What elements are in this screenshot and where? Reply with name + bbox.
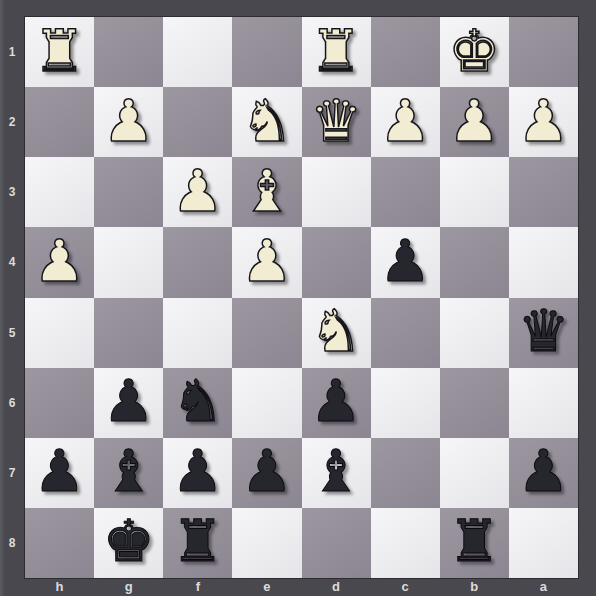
- rank-label-8: 8: [0, 508, 24, 578]
- square-e6[interactable]: [232, 368, 301, 438]
- white-pawn: ♟: [34, 232, 86, 293]
- square-b7[interactable]: [440, 438, 509, 508]
- file-labels: hgfedcba: [25, 578, 578, 596]
- square-d8[interactable]: [302, 508, 371, 578]
- square-h4[interactable]: ♟: [25, 227, 94, 297]
- file-label-f: f: [163, 578, 232, 596]
- square-h5[interactable]: [25, 298, 94, 368]
- square-h6[interactable]: [25, 368, 94, 438]
- square-h1[interactable]: ♜: [25, 17, 94, 87]
- square-f8[interactable]: ♜: [163, 508, 232, 578]
- square-c3[interactable]: [371, 157, 440, 227]
- square-b6[interactable]: [440, 368, 509, 438]
- black-pawn: ♟: [517, 442, 569, 503]
- square-g5[interactable]: [94, 298, 163, 368]
- square-c7[interactable]: [371, 438, 440, 508]
- square-h3[interactable]: [25, 157, 94, 227]
- square-a7[interactable]: ♟: [509, 438, 578, 508]
- square-f1[interactable]: [163, 17, 232, 87]
- square-a2[interactable]: ♟: [509, 87, 578, 157]
- square-e3[interactable]: ♝: [232, 157, 301, 227]
- black-pawn: ♟: [241, 442, 293, 503]
- black-bishop: ♝: [310, 442, 362, 503]
- square-d1[interactable]: ♜: [302, 17, 371, 87]
- rank-label-2: 2: [0, 87, 24, 157]
- square-b4[interactable]: [440, 227, 509, 297]
- square-e1[interactable]: [232, 17, 301, 87]
- square-f4[interactable]: [163, 227, 232, 297]
- square-f6[interactable]: ♞: [163, 368, 232, 438]
- square-g4[interactable]: [94, 227, 163, 297]
- file-label-c: c: [371, 578, 440, 596]
- white-rook: ♜: [310, 22, 362, 83]
- square-b3[interactable]: [440, 157, 509, 227]
- square-f5[interactable]: [163, 298, 232, 368]
- black-pawn: ♟: [34, 442, 86, 503]
- black-pawn: ♟: [103, 372, 155, 433]
- file-label-d: d: [302, 578, 371, 596]
- rank-label-3: 3: [0, 157, 24, 227]
- square-g6[interactable]: ♟: [94, 368, 163, 438]
- white-knight: ♞: [241, 92, 293, 153]
- square-h8[interactable]: [25, 508, 94, 578]
- square-h7[interactable]: ♟: [25, 438, 94, 508]
- white-pawn: ♟: [517, 92, 569, 153]
- square-g1[interactable]: [94, 17, 163, 87]
- square-a5[interactable]: ♛: [509, 298, 578, 368]
- square-c4[interactable]: ♟: [371, 227, 440, 297]
- square-c1[interactable]: [371, 17, 440, 87]
- square-d6[interactable]: ♟: [302, 368, 371, 438]
- square-d7[interactable]: ♝: [302, 438, 371, 508]
- square-a4[interactable]: [509, 227, 578, 297]
- square-b8[interactable]: ♜: [440, 508, 509, 578]
- black-pawn: ♟: [172, 442, 224, 503]
- square-e2[interactable]: ♞: [232, 87, 301, 157]
- rank-label-5: 5: [0, 298, 24, 368]
- square-f2[interactable]: [163, 87, 232, 157]
- square-e5[interactable]: [232, 298, 301, 368]
- black-bishop: ♝: [103, 442, 155, 503]
- square-f3[interactable]: ♟: [163, 157, 232, 227]
- black-pawn: ♟: [310, 372, 362, 433]
- file-label-g: g: [94, 578, 163, 596]
- white-pawn: ♟: [172, 162, 224, 223]
- square-c2[interactable]: ♟: [371, 87, 440, 157]
- square-g8[interactable]: ♚: [94, 508, 163, 578]
- square-a3[interactable]: [509, 157, 578, 227]
- square-c5[interactable]: [371, 298, 440, 368]
- white-king: ♚: [448, 22, 500, 83]
- black-knight: ♞: [172, 372, 224, 433]
- square-h2[interactable]: [25, 87, 94, 157]
- white-queen: ♛: [310, 92, 362, 153]
- white-rook: ♜: [34, 22, 86, 83]
- file-label-a: a: [509, 578, 578, 596]
- square-c6[interactable]: [371, 368, 440, 438]
- chess-board: ♜♜♚♟♞♛♟♟♟♟♝♟♟♟♞♛♟♞♟♟♝♟♟♝♟♚♜♜: [24, 16, 579, 579]
- black-king: ♚: [103, 512, 155, 573]
- rank-label-1: 1: [0, 17, 24, 87]
- square-d3[interactable]: [302, 157, 371, 227]
- white-bishop: ♝: [241, 162, 293, 223]
- rank-labels: 12345678: [0, 17, 24, 578]
- file-label-b: b: [440, 578, 509, 596]
- square-b5[interactable]: [440, 298, 509, 368]
- black-queen: ♛: [517, 302, 569, 363]
- rank-label-4: 4: [0, 227, 24, 297]
- square-e4[interactable]: ♟: [232, 227, 301, 297]
- square-b1[interactable]: ♚: [440, 17, 509, 87]
- rank-label-7: 7: [0, 438, 24, 508]
- file-label-e: e: [232, 578, 301, 596]
- rank-label-6: 6: [0, 368, 24, 438]
- square-a6[interactable]: [509, 368, 578, 438]
- square-a1[interactable]: [509, 17, 578, 87]
- square-e8[interactable]: [232, 508, 301, 578]
- square-e7[interactable]: ♟: [232, 438, 301, 508]
- square-d2[interactable]: ♛: [302, 87, 371, 157]
- white-pawn: ♟: [103, 92, 155, 153]
- white-pawn: ♟: [379, 92, 431, 153]
- square-g3[interactable]: [94, 157, 163, 227]
- square-a8[interactable]: [509, 508, 578, 578]
- square-g7[interactable]: ♝: [94, 438, 163, 508]
- black-pawn: ♟: [379, 232, 431, 293]
- square-d4[interactable]: [302, 227, 371, 297]
- chess-diagram: { "game": "chess", "position": { "fen": …: [0, 0, 596, 596]
- white-pawn: ♟: [241, 232, 293, 293]
- square-f7[interactable]: ♟: [163, 438, 232, 508]
- black-rook: ♜: [448, 512, 500, 573]
- square-d5[interactable]: ♞: [302, 298, 371, 368]
- square-c8[interactable]: [371, 508, 440, 578]
- file-label-h: h: [25, 578, 94, 596]
- black-rook: ♜: [172, 512, 224, 573]
- square-g2[interactable]: ♟: [94, 87, 163, 157]
- white-knight: ♞: [310, 302, 362, 363]
- white-pawn: ♟: [448, 92, 500, 153]
- square-b2[interactable]: ♟: [440, 87, 509, 157]
